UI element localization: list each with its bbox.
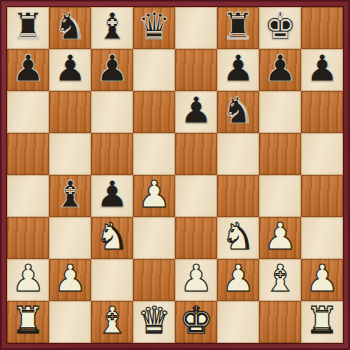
square-a1[interactable]: ♜ bbox=[7, 301, 49, 343]
piece-black-pawn: ♟ bbox=[263, 49, 296, 90]
square-d8[interactable]: ♛ bbox=[133, 7, 175, 49]
square-a3[interactable] bbox=[7, 217, 49, 259]
square-e8[interactable] bbox=[175, 7, 217, 49]
piece-black-king: ♚ bbox=[263, 7, 296, 48]
piece-black-pawn: ♟ bbox=[221, 49, 254, 90]
square-d5[interactable] bbox=[133, 133, 175, 175]
square-c8[interactable]: ♝ bbox=[91, 7, 133, 49]
square-h8[interactable] bbox=[301, 7, 343, 49]
square-a7[interactable]: ♟ bbox=[7, 49, 49, 91]
piece-white-bishop: ♝ bbox=[95, 301, 128, 342]
square-f2[interactable]: ♟ bbox=[217, 259, 259, 301]
square-d2[interactable] bbox=[133, 259, 175, 301]
square-e4[interactable] bbox=[175, 175, 217, 217]
piece-black-pawn: ♟ bbox=[95, 175, 128, 216]
square-f6[interactable]: ♞ bbox=[217, 91, 259, 133]
piece-black-pawn: ♟ bbox=[305, 49, 338, 90]
square-a6[interactable] bbox=[7, 91, 49, 133]
piece-white-queen: ♛ bbox=[137, 301, 170, 342]
square-f3[interactable]: ♞ bbox=[217, 217, 259, 259]
square-g2[interactable]: ♝ bbox=[259, 259, 301, 301]
piece-black-bishop: ♝ bbox=[53, 175, 86, 216]
chess-board-frame: ♜♞♝♛♜♚♟♟♟♟♟♟♟♞♝♟♟♞♞♟♟♟♟♟♝♟♜♝♛♚♜ bbox=[0, 0, 350, 350]
square-a8[interactable]: ♜ bbox=[7, 7, 49, 49]
square-g6[interactable] bbox=[259, 91, 301, 133]
square-g3[interactable]: ♟ bbox=[259, 217, 301, 259]
piece-white-bishop: ♝ bbox=[263, 259, 296, 300]
square-h1[interactable]: ♜ bbox=[301, 301, 343, 343]
square-b8[interactable]: ♞ bbox=[49, 7, 91, 49]
square-b4[interactable]: ♝ bbox=[49, 175, 91, 217]
piece-black-bishop: ♝ bbox=[95, 7, 128, 48]
piece-black-knight: ♞ bbox=[221, 91, 254, 132]
square-a4[interactable] bbox=[7, 175, 49, 217]
square-h6[interactable] bbox=[301, 91, 343, 133]
piece-white-knight: ♞ bbox=[95, 217, 128, 258]
piece-black-queen: ♛ bbox=[137, 7, 170, 48]
square-b2[interactable]: ♟ bbox=[49, 259, 91, 301]
chess-board: ♜♞♝♛♜♚♟♟♟♟♟♟♟♞♝♟♟♞♞♟♟♟♟♟♝♟♜♝♛♚♜ bbox=[7, 7, 343, 343]
piece-black-pawn: ♟ bbox=[179, 91, 212, 132]
piece-black-rook: ♜ bbox=[11, 7, 44, 48]
piece-black-knight: ♞ bbox=[53, 7, 86, 48]
square-h4[interactable] bbox=[301, 175, 343, 217]
square-h2[interactable]: ♟ bbox=[301, 259, 343, 301]
square-h7[interactable]: ♟ bbox=[301, 49, 343, 91]
piece-white-pawn: ♟ bbox=[305, 259, 338, 300]
piece-black-rook: ♜ bbox=[221, 7, 254, 48]
piece-white-knight: ♞ bbox=[221, 217, 254, 258]
piece-white-pawn: ♟ bbox=[137, 175, 170, 216]
square-e6[interactable]: ♟ bbox=[175, 91, 217, 133]
square-b1[interactable] bbox=[49, 301, 91, 343]
square-e3[interactable] bbox=[175, 217, 217, 259]
piece-white-pawn: ♟ bbox=[179, 259, 212, 300]
square-f1[interactable] bbox=[217, 301, 259, 343]
square-g5[interactable] bbox=[259, 133, 301, 175]
square-b5[interactable] bbox=[49, 133, 91, 175]
square-d4[interactable]: ♟ bbox=[133, 175, 175, 217]
square-c2[interactable] bbox=[91, 259, 133, 301]
square-f5[interactable] bbox=[217, 133, 259, 175]
square-b7[interactable]: ♟ bbox=[49, 49, 91, 91]
square-d7[interactable] bbox=[133, 49, 175, 91]
piece-black-pawn: ♟ bbox=[53, 49, 86, 90]
piece-black-pawn: ♟ bbox=[11, 49, 44, 90]
square-c4[interactable]: ♟ bbox=[91, 175, 133, 217]
square-d6[interactable] bbox=[133, 91, 175, 133]
square-g1[interactable] bbox=[259, 301, 301, 343]
square-a5[interactable] bbox=[7, 133, 49, 175]
square-e1[interactable]: ♚ bbox=[175, 301, 217, 343]
piece-white-pawn: ♟ bbox=[11, 259, 44, 300]
piece-white-king: ♚ bbox=[179, 301, 212, 342]
square-b3[interactable] bbox=[49, 217, 91, 259]
square-c7[interactable]: ♟ bbox=[91, 49, 133, 91]
piece-white-rook: ♜ bbox=[11, 301, 44, 342]
square-d1[interactable]: ♛ bbox=[133, 301, 175, 343]
square-g8[interactable]: ♚ bbox=[259, 7, 301, 49]
square-e2[interactable]: ♟ bbox=[175, 259, 217, 301]
square-b6[interactable] bbox=[49, 91, 91, 133]
square-c6[interactable] bbox=[91, 91, 133, 133]
square-h5[interactable] bbox=[301, 133, 343, 175]
square-f4[interactable] bbox=[217, 175, 259, 217]
piece-white-pawn: ♟ bbox=[221, 259, 254, 300]
piece-white-pawn: ♟ bbox=[53, 259, 86, 300]
square-a2[interactable]: ♟ bbox=[7, 259, 49, 301]
piece-white-rook: ♜ bbox=[305, 301, 338, 342]
square-f8[interactable]: ♜ bbox=[217, 7, 259, 49]
piece-black-pawn: ♟ bbox=[95, 49, 128, 90]
square-g4[interactable] bbox=[259, 175, 301, 217]
square-c3[interactable]: ♞ bbox=[91, 217, 133, 259]
square-e5[interactable] bbox=[175, 133, 217, 175]
piece-white-pawn: ♟ bbox=[263, 217, 296, 258]
square-g7[interactable]: ♟ bbox=[259, 49, 301, 91]
square-c1[interactable]: ♝ bbox=[91, 301, 133, 343]
square-d3[interactable] bbox=[133, 217, 175, 259]
square-e7[interactable] bbox=[175, 49, 217, 91]
square-h3[interactable] bbox=[301, 217, 343, 259]
square-f7[interactable]: ♟ bbox=[217, 49, 259, 91]
square-c5[interactable] bbox=[91, 133, 133, 175]
